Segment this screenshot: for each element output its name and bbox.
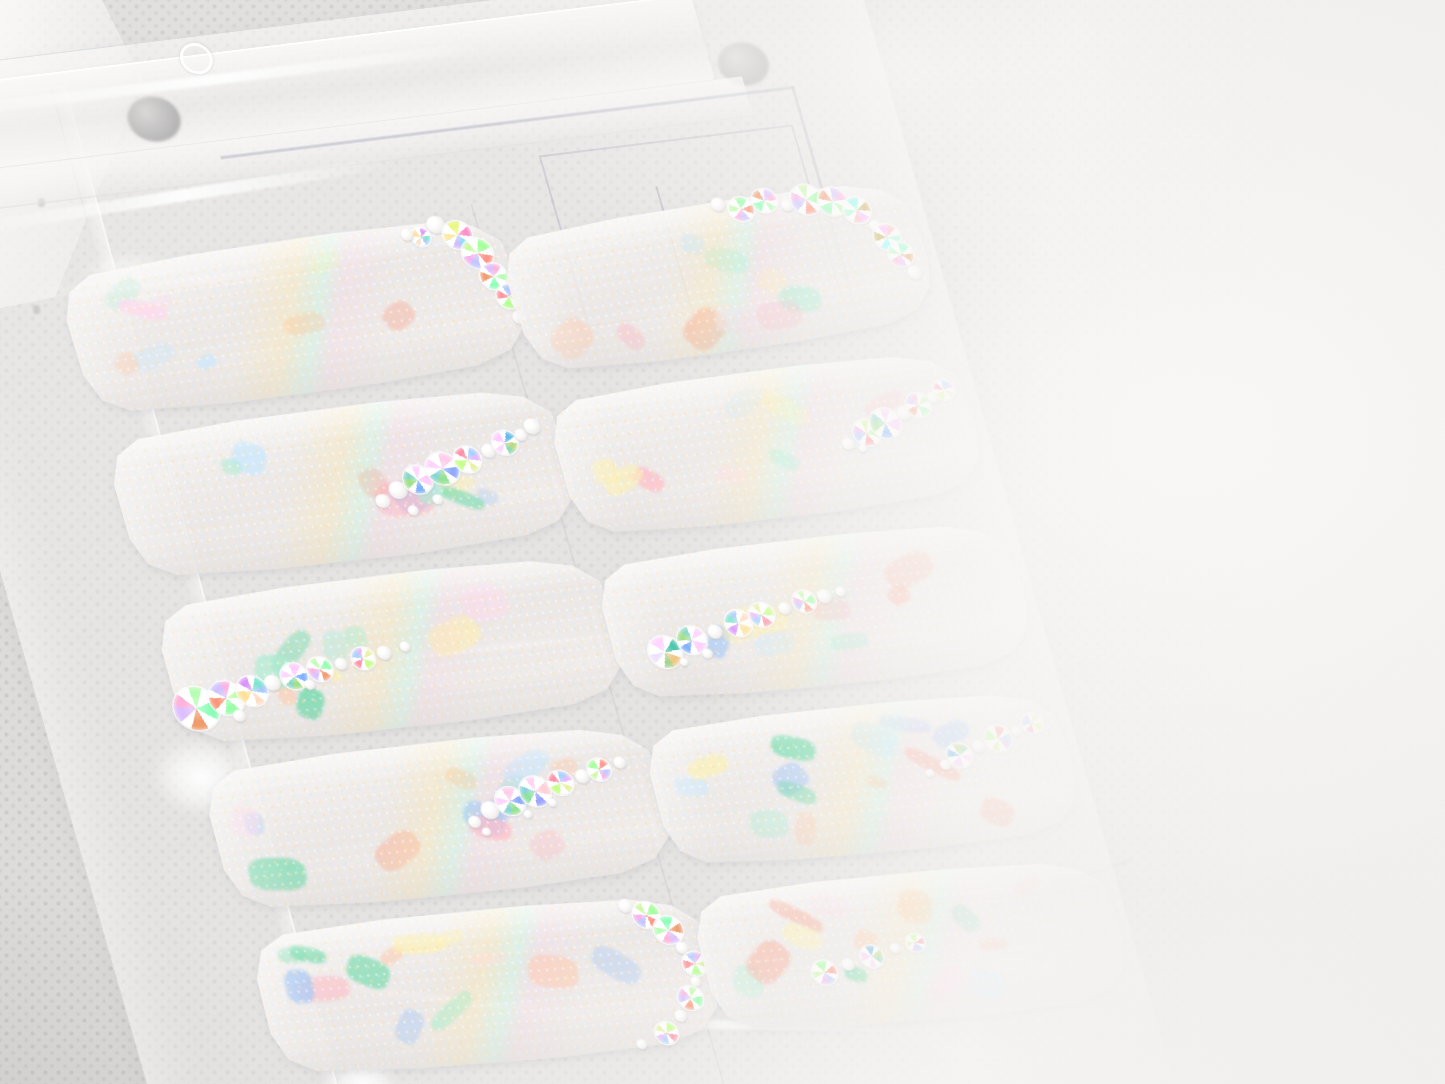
pearl-bead: [303, 679, 316, 690]
pearl-bead: [971, 740, 986, 753]
rhinestone: [1019, 712, 1044, 733]
pearl-bead: [523, 810, 533, 819]
pearl-bead: [635, 1039, 647, 1050]
stone-cluster: [589, 517, 1042, 707]
rhinestone: [653, 1021, 680, 1044]
hinge-peg: [122, 94, 186, 145]
rhinestone: [886, 241, 917, 268]
stone-cluster: [541, 347, 995, 544]
pearl-bead: [406, 505, 419, 516]
rhinestone: [810, 960, 840, 986]
pearl-bead: [889, 943, 901, 954]
stone-cluster: [196, 720, 685, 918]
press-on-nail-b3: [589, 517, 1042, 707]
rhinestone: [675, 985, 705, 1011]
rhinestone: [349, 646, 377, 670]
photo-canvas: [0, 0, 1445, 1084]
pearl-bead: [906, 265, 924, 281]
pearl-bead: [841, 958, 856, 971]
pearl-bead: [375, 645, 393, 660]
stone-cluster: [148, 550, 638, 752]
stone-cluster: [245, 891, 734, 1082]
pearl-bead: [1011, 725, 1024, 736]
rhinestone: [904, 933, 926, 952]
pearl-bead: [841, 437, 856, 450]
pearl-bead: [431, 494, 444, 505]
press-on-nail-b2: [541, 347, 995, 544]
press-on-nail-a4: [196, 720, 685, 918]
pearl-bead: [612, 756, 627, 769]
stone-cluster: [686, 855, 1138, 1038]
pearl-bead: [373, 494, 391, 509]
press-on-nail-a5: [245, 891, 734, 1082]
pearl-bead: [816, 589, 834, 604]
pearl-bead: [673, 1010, 688, 1023]
rhinestone: [858, 945, 885, 968]
pearl-bead: [547, 798, 557, 807]
press-on-nail-b4: [638, 686, 1091, 872]
press-on-nail-b5: [686, 855, 1138, 1038]
pearl-bead: [680, 658, 690, 667]
hinge-hole: [176, 41, 217, 76]
press-on-nail-a3: [148, 550, 638, 752]
pearl-bead: [467, 815, 482, 828]
pearl-bead: [706, 624, 724, 639]
pearl-bead: [925, 769, 935, 778]
pearl-bead: [702, 648, 715, 659]
rhinestone: [791, 589, 819, 613]
rhinestone: [981, 724, 1014, 752]
rhinestone: [651, 915, 686, 945]
pearl-bead: [232, 709, 247, 722]
pearl-bead: [834, 586, 847, 597]
pearl-bead: [399, 642, 412, 653]
rhinestone: [304, 656, 334, 682]
pearl-bead: [333, 657, 348, 670]
pearl-bead: [481, 827, 491, 836]
pearl-bead: [777, 601, 792, 614]
stone-cluster: [638, 686, 1091, 872]
